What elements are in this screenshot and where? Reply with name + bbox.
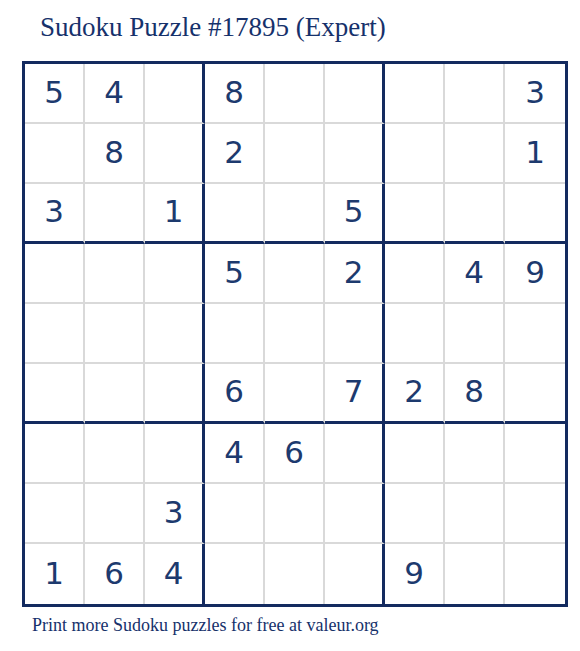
given-digit: 4 bbox=[164, 558, 184, 589]
cell-r2c1 bbox=[25, 124, 85, 184]
given-digit: 1 bbox=[525, 137, 545, 168]
given-digit: 2 bbox=[404, 376, 424, 407]
cell-r2c9: 1 bbox=[505, 124, 565, 184]
cell-r6c4: 6 bbox=[205, 364, 265, 424]
cell-r1c6 bbox=[325, 64, 385, 124]
cell-r4c6: 2 bbox=[325, 244, 385, 304]
cell-r6c8: 8 bbox=[445, 364, 505, 424]
cell-r8c5 bbox=[265, 484, 325, 544]
cell-r9c9 bbox=[505, 544, 565, 604]
cell-r3c7 bbox=[385, 184, 445, 244]
cell-r3c3: 1 bbox=[145, 184, 205, 244]
cell-r7c1 bbox=[25, 424, 85, 484]
cell-r5c9 bbox=[505, 304, 565, 364]
given-digit: 2 bbox=[344, 257, 364, 288]
given-digit: 3 bbox=[164, 497, 184, 528]
given-digit: 3 bbox=[525, 77, 545, 108]
cell-r7c2 bbox=[85, 424, 145, 484]
cell-r9c8 bbox=[445, 544, 505, 604]
given-digit: 7 bbox=[344, 376, 364, 407]
cell-r9c4 bbox=[205, 544, 265, 604]
cell-r2c8 bbox=[445, 124, 505, 184]
given-digit: 9 bbox=[525, 257, 545, 288]
sudoku-page: Sudoku Puzzle #17895 (Expert) 5483821315… bbox=[0, 0, 580, 651]
cell-r8c6 bbox=[325, 484, 385, 544]
cell-r8c9 bbox=[505, 484, 565, 544]
given-digit: 8 bbox=[104, 137, 124, 168]
cell-r7c7 bbox=[385, 424, 445, 484]
cell-r5c8 bbox=[445, 304, 505, 364]
cell-r4c1 bbox=[25, 244, 85, 304]
cell-r6c2 bbox=[85, 364, 145, 424]
cell-r4c9: 9 bbox=[505, 244, 565, 304]
cell-r7c3 bbox=[145, 424, 205, 484]
cell-r2c3 bbox=[145, 124, 205, 184]
cell-r3c6: 5 bbox=[325, 184, 385, 244]
cell-r7c9 bbox=[505, 424, 565, 484]
cell-r9c3: 4 bbox=[145, 544, 205, 604]
cell-r4c7 bbox=[385, 244, 445, 304]
cell-r1c5 bbox=[265, 64, 325, 124]
cell-r8c7 bbox=[385, 484, 445, 544]
cell-r3c2 bbox=[85, 184, 145, 244]
footer-text: Print more Sudoku puzzles for free at va… bbox=[32, 615, 379, 636]
cell-r5c5 bbox=[265, 304, 325, 364]
cell-r3c5 bbox=[265, 184, 325, 244]
given-digit: 6 bbox=[224, 376, 244, 407]
cell-r9c6 bbox=[325, 544, 385, 604]
page-title: Sudoku Puzzle #17895 (Expert) bbox=[40, 12, 386, 43]
cell-r1c7 bbox=[385, 64, 445, 124]
cell-r9c5 bbox=[265, 544, 325, 604]
given-digit: 6 bbox=[104, 558, 124, 589]
given-digit: 8 bbox=[224, 77, 244, 108]
given-digit: 1 bbox=[44, 558, 64, 589]
given-digit: 1 bbox=[164, 196, 184, 227]
cell-r5c2 bbox=[85, 304, 145, 364]
cell-r1c8 bbox=[445, 64, 505, 124]
cell-r5c3 bbox=[145, 304, 205, 364]
cell-r2c7 bbox=[385, 124, 445, 184]
cell-r6c7: 2 bbox=[385, 364, 445, 424]
given-digit: 6 bbox=[284, 437, 304, 468]
cell-r6c5 bbox=[265, 364, 325, 424]
given-digit: 2 bbox=[224, 137, 244, 168]
cell-r7c8 bbox=[445, 424, 505, 484]
cell-r2c4: 2 bbox=[205, 124, 265, 184]
given-digit: 4 bbox=[104, 77, 124, 108]
cell-r3c1: 3 bbox=[25, 184, 85, 244]
cell-r6c1 bbox=[25, 364, 85, 424]
cell-r5c6 bbox=[325, 304, 385, 364]
cell-r1c9: 3 bbox=[505, 64, 565, 124]
given-digit: 9 bbox=[404, 558, 424, 589]
cell-r8c1 bbox=[25, 484, 85, 544]
given-digit: 5 bbox=[344, 196, 364, 227]
cell-r6c9 bbox=[505, 364, 565, 424]
cell-r4c3 bbox=[145, 244, 205, 304]
cell-r6c6: 7 bbox=[325, 364, 385, 424]
cell-r3c9 bbox=[505, 184, 565, 244]
cell-r7c5: 6 bbox=[265, 424, 325, 484]
given-digit: 4 bbox=[224, 437, 244, 468]
given-digit: 3 bbox=[44, 196, 64, 227]
cell-r7c4: 4 bbox=[205, 424, 265, 484]
cell-r4c2 bbox=[85, 244, 145, 304]
sudoku-board: 5483821315524967284631649 bbox=[22, 61, 568, 607]
given-digit: 5 bbox=[44, 77, 64, 108]
cell-r1c2: 4 bbox=[85, 64, 145, 124]
cell-r9c7: 9 bbox=[385, 544, 445, 604]
given-digit: 5 bbox=[224, 257, 244, 288]
cell-r1c1: 5 bbox=[25, 64, 85, 124]
cell-r7c6 bbox=[325, 424, 385, 484]
cell-r1c3 bbox=[145, 64, 205, 124]
cell-r6c3 bbox=[145, 364, 205, 424]
cell-r8c2 bbox=[85, 484, 145, 544]
cell-r8c3: 3 bbox=[145, 484, 205, 544]
cell-r5c1 bbox=[25, 304, 85, 364]
cell-r8c8 bbox=[445, 484, 505, 544]
given-digit: 8 bbox=[464, 376, 484, 407]
cell-r3c8 bbox=[445, 184, 505, 244]
cell-r4c8: 4 bbox=[445, 244, 505, 304]
cell-r3c4 bbox=[205, 184, 265, 244]
cell-r8c4 bbox=[205, 484, 265, 544]
cell-r2c6 bbox=[325, 124, 385, 184]
cell-r2c2: 8 bbox=[85, 124, 145, 184]
cell-r9c1: 1 bbox=[25, 544, 85, 604]
cell-r4c5 bbox=[265, 244, 325, 304]
given-digit: 4 bbox=[464, 257, 484, 288]
cell-r5c7 bbox=[385, 304, 445, 364]
cell-r1c4: 8 bbox=[205, 64, 265, 124]
cell-r9c2: 6 bbox=[85, 544, 145, 604]
cell-r2c5 bbox=[265, 124, 325, 184]
cell-r5c4 bbox=[205, 304, 265, 364]
cell-r4c4: 5 bbox=[205, 244, 265, 304]
